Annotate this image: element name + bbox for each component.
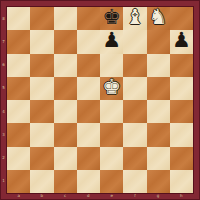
square-h2[interactable] [170,147,193,170]
white-bishop[interactable]: ♝ [125,7,144,28]
square-b1[interactable] [30,170,53,193]
square-f5[interactable] [123,77,146,100]
square-c7[interactable] [54,30,77,53]
square-h5[interactable] [170,77,193,100]
square-c5[interactable] [54,77,77,100]
square-h7[interactable]: ♟ [170,30,193,53]
square-f2[interactable] [123,147,146,170]
rank-label-1: 1 [1,179,6,183]
square-b5[interactable] [30,77,53,100]
white-knight[interactable]: ♞ [149,7,168,28]
square-c3[interactable] [54,123,77,146]
chess-board-frame: ♚♝♞♟♟♚ 87654321abcdefgh [0,0,200,200]
square-h8[interactable] [170,7,193,30]
square-h3[interactable] [170,123,193,146]
file-label-b: b [38,194,46,199]
square-g1[interactable] [147,170,170,193]
square-d1[interactable] [77,170,100,193]
square-e5[interactable]: ♚ [100,77,123,100]
square-c8[interactable] [54,7,77,30]
white-king[interactable]: ♚ [102,77,121,98]
rank-label-4: 4 [1,110,6,114]
square-a1[interactable] [7,170,30,193]
square-h1[interactable] [170,170,193,193]
square-e6[interactable] [100,54,123,77]
square-a4[interactable] [7,100,30,123]
square-a2[interactable] [7,147,30,170]
square-b8[interactable] [30,7,53,30]
rank-label-3: 3 [1,133,6,137]
square-e3[interactable] [100,123,123,146]
square-b4[interactable] [30,100,53,123]
file-label-e: e [108,194,116,199]
square-b7[interactable] [30,30,53,53]
square-a6[interactable] [7,54,30,77]
square-e7[interactable]: ♟ [100,30,123,53]
square-e2[interactable] [100,147,123,170]
rank-label-5: 5 [1,86,6,90]
square-f1[interactable] [123,170,146,193]
square-f6[interactable] [123,54,146,77]
square-d4[interactable] [77,100,100,123]
square-b6[interactable] [30,54,53,77]
square-d8[interactable] [77,7,100,30]
square-f8[interactable]: ♝ [123,7,146,30]
square-g5[interactable] [147,77,170,100]
square-b3[interactable] [30,123,53,146]
square-d2[interactable] [77,147,100,170]
black-king[interactable]: ♚ [102,7,121,28]
square-e1[interactable] [100,170,123,193]
file-label-h: h [177,194,185,199]
square-g2[interactable] [147,147,170,170]
square-f7[interactable] [123,30,146,53]
square-a5[interactable] [7,77,30,100]
file-label-f: f [131,194,139,199]
file-label-g: g [154,194,162,199]
square-g4[interactable] [147,100,170,123]
square-c2[interactable] [54,147,77,170]
square-d5[interactable] [77,77,100,100]
square-c1[interactable] [54,170,77,193]
chess-board: ♚♝♞♟♟♚ [7,7,193,193]
square-d7[interactable] [77,30,100,53]
square-g6[interactable] [147,54,170,77]
black-pawn[interactable]: ♟ [172,30,191,51]
rank-label-8: 8 [1,17,6,21]
square-a3[interactable] [7,123,30,146]
rank-label-7: 7 [1,40,6,44]
square-a7[interactable] [7,30,30,53]
square-g3[interactable] [147,123,170,146]
square-e8[interactable]: ♚ [100,7,123,30]
file-label-a: a [15,194,23,199]
file-label-c: c [61,194,69,199]
file-label-d: d [84,194,92,199]
square-h4[interactable] [170,100,193,123]
rank-label-6: 6 [1,63,6,67]
square-c4[interactable] [54,100,77,123]
square-f3[interactable] [123,123,146,146]
square-a8[interactable] [7,7,30,30]
square-g7[interactable] [147,30,170,53]
square-g8[interactable]: ♞ [147,7,170,30]
square-b2[interactable] [30,147,53,170]
rank-label-2: 2 [1,156,6,160]
square-c6[interactable] [54,54,77,77]
square-f4[interactable] [123,100,146,123]
square-e4[interactable] [100,100,123,123]
square-d3[interactable] [77,123,100,146]
square-h6[interactable] [170,54,193,77]
square-d6[interactable] [77,54,100,77]
black-pawn[interactable]: ♟ [102,30,121,51]
